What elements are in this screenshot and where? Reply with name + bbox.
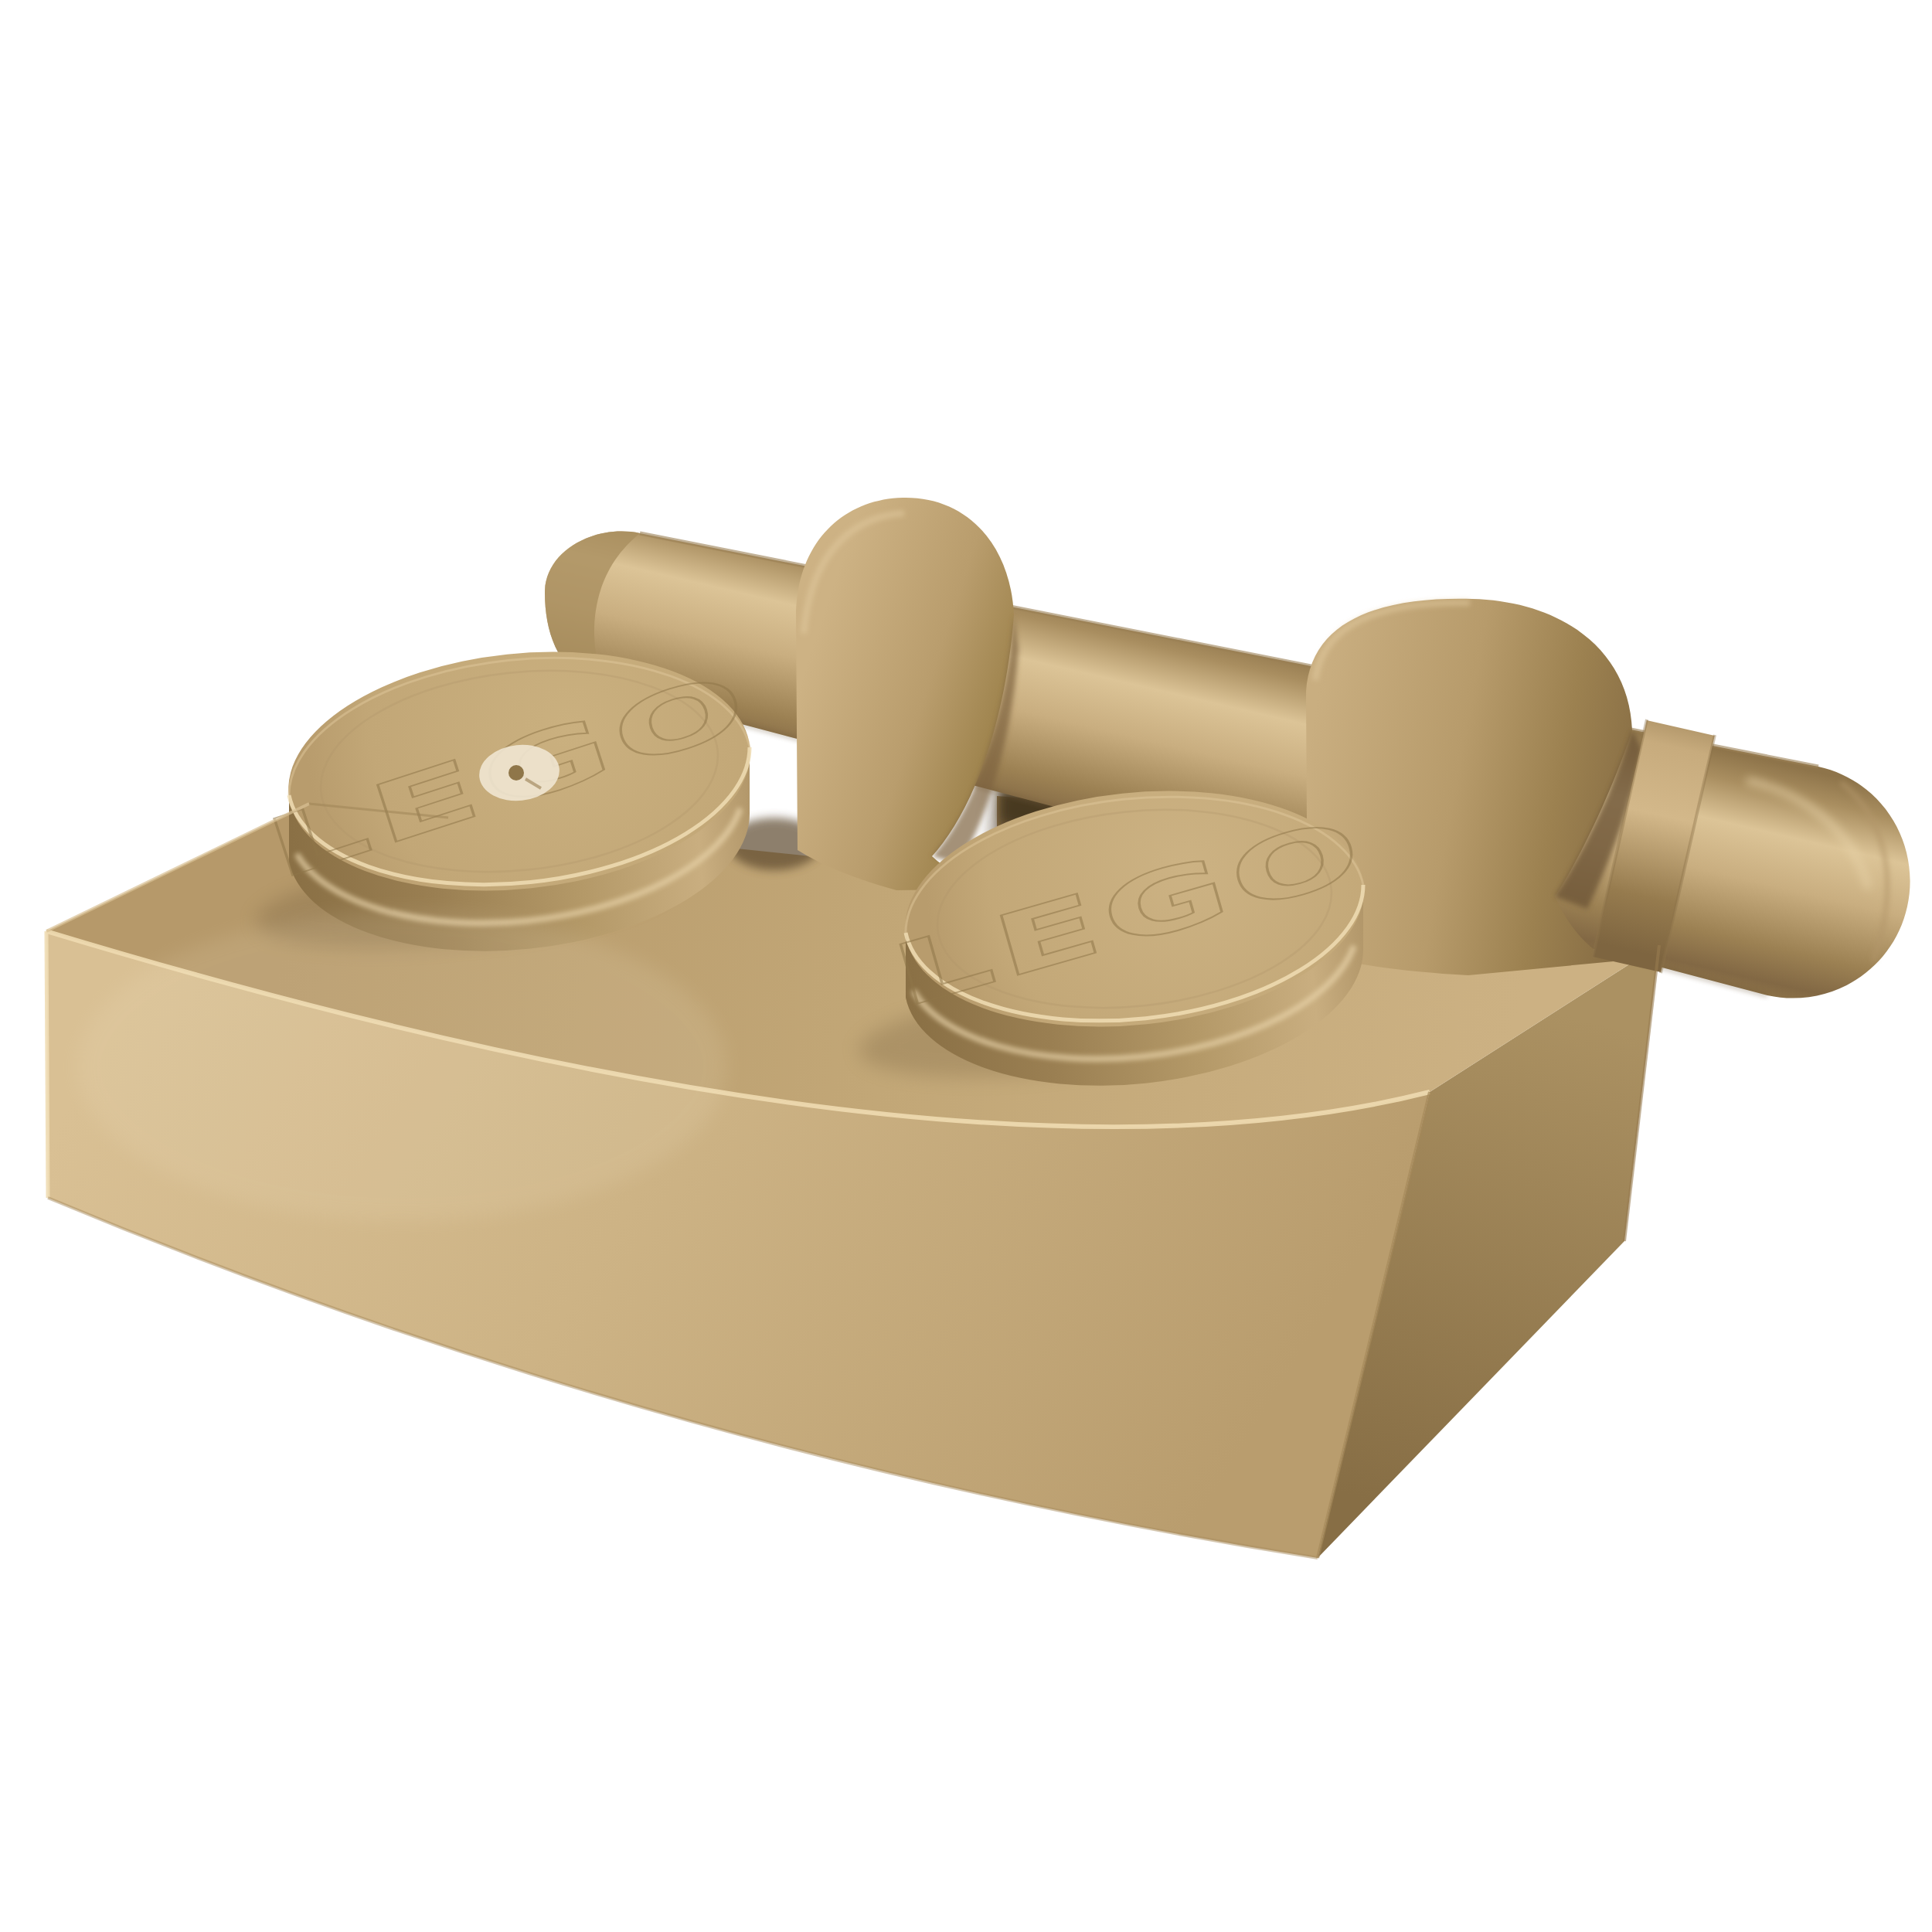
stud-left-pinhole [509,765,524,781]
lego-piece-illustration: LEGO LEGO [0,0,1932,1932]
product-photo: LEGO LEGO [0,0,1932,1932]
